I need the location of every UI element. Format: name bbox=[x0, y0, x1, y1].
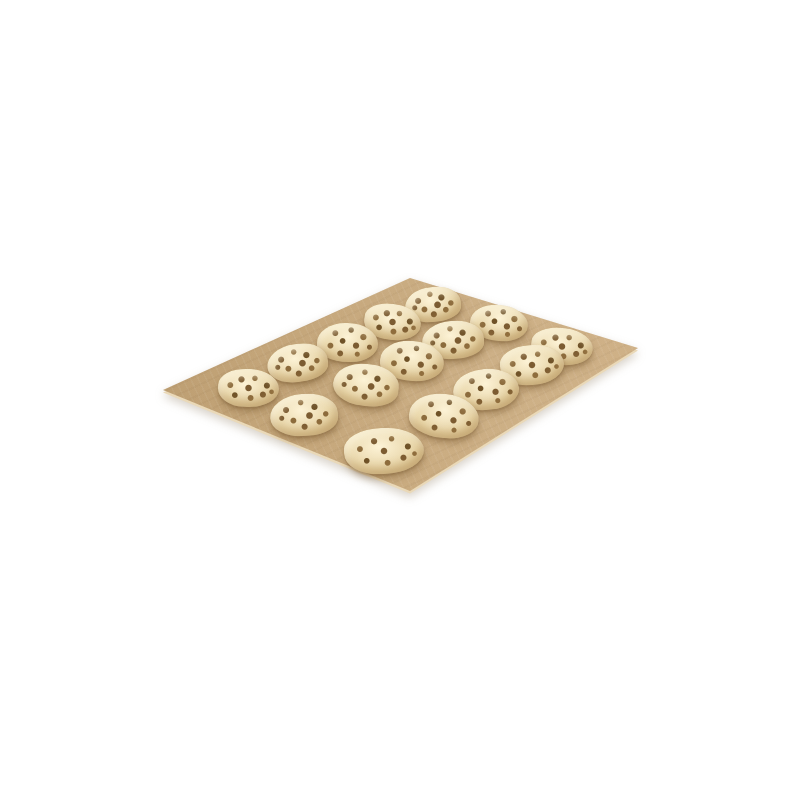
cookie bbox=[269, 392, 339, 438]
cookie bbox=[343, 427, 425, 476]
product-photo bbox=[0, 0, 800, 800]
cookie bbox=[217, 368, 279, 408]
cookie-layer bbox=[0, 0, 800, 800]
